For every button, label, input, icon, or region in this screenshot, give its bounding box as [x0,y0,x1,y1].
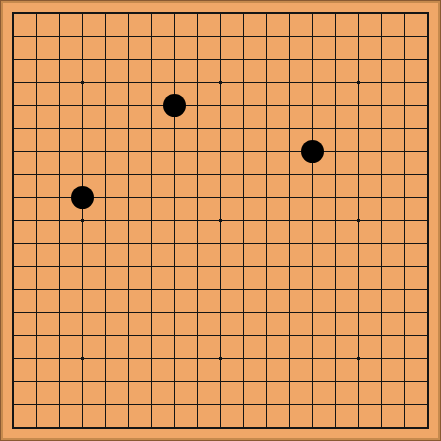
intersection[interactable] [25,186,48,209]
intersection[interactable] [393,186,416,209]
intersection[interactable] [140,186,163,209]
intersection[interactable] [209,416,232,439]
intersection[interactable] [278,416,301,439]
intersection[interactable] [301,301,324,324]
intersection[interactable] [25,416,48,439]
intersection[interactable] [2,186,25,209]
intersection[interactable] [324,347,347,370]
intersection[interactable] [94,347,117,370]
intersection[interactable] [301,2,324,25]
intersection[interactable] [117,2,140,25]
intersection[interactable] [347,25,370,48]
intersection[interactable] [347,278,370,301]
intersection[interactable] [25,163,48,186]
intersection[interactable] [255,324,278,347]
intersection[interactable] [48,278,71,301]
intersection[interactable] [163,301,186,324]
intersection[interactable] [140,301,163,324]
intersection[interactable] [347,416,370,439]
intersection[interactable] [2,324,25,347]
intersection[interactable] [163,278,186,301]
intersection[interactable] [209,393,232,416]
intersection[interactable] [301,94,324,117]
intersection[interactable] [347,163,370,186]
intersection[interactable] [209,186,232,209]
intersection[interactable] [324,209,347,232]
intersection[interactable] [347,347,370,370]
intersection[interactable] [163,25,186,48]
intersection[interactable] [186,2,209,25]
intersection[interactable] [347,393,370,416]
intersection[interactable] [209,324,232,347]
intersection[interactable] [25,347,48,370]
intersection[interactable] [393,324,416,347]
intersection[interactable] [393,71,416,94]
intersection[interactable] [324,163,347,186]
intersection[interactable] [209,140,232,163]
intersection[interactable] [71,163,94,186]
intersection[interactable] [209,232,232,255]
intersection[interactable] [278,71,301,94]
intersection[interactable] [186,71,209,94]
intersection[interactable] [232,25,255,48]
intersection[interactable] [117,232,140,255]
intersection[interactable] [232,232,255,255]
intersection[interactable] [370,255,393,278]
intersection[interactable] [393,94,416,117]
intersection[interactable] [163,347,186,370]
intersection[interactable] [347,140,370,163]
intersection[interactable] [324,117,347,140]
intersection[interactable] [163,232,186,255]
intersection[interactable] [393,278,416,301]
intersection[interactable] [48,232,71,255]
intersection[interactable] [255,209,278,232]
intersection[interactable] [48,301,71,324]
intersection[interactable] [324,140,347,163]
intersection[interactable] [2,2,25,25]
intersection[interactable] [48,393,71,416]
intersection[interactable] [25,117,48,140]
intersection[interactable] [416,117,439,140]
intersection[interactable] [278,140,301,163]
intersection[interactable] [232,163,255,186]
intersection[interactable] [71,48,94,71]
intersection[interactable] [370,2,393,25]
intersection[interactable] [71,232,94,255]
intersection[interactable] [232,301,255,324]
intersection[interactable] [370,25,393,48]
intersection[interactable] [347,255,370,278]
intersection[interactable] [117,324,140,347]
intersection[interactable] [71,186,94,209]
intersection[interactable] [140,71,163,94]
intersection[interactable] [25,48,48,71]
intersection[interactable] [186,370,209,393]
intersection[interactable] [2,117,25,140]
intersection[interactable] [186,94,209,117]
intersection[interactable] [140,2,163,25]
intersection[interactable] [232,347,255,370]
intersection[interactable] [324,416,347,439]
intersection[interactable] [186,301,209,324]
intersection[interactable] [278,301,301,324]
intersection[interactable] [2,209,25,232]
intersection[interactable] [278,117,301,140]
intersection[interactable] [186,48,209,71]
intersection[interactable] [163,2,186,25]
intersection[interactable] [48,163,71,186]
intersection[interactable] [25,301,48,324]
intersection[interactable] [94,232,117,255]
intersection[interactable] [416,48,439,71]
intersection[interactable] [301,140,324,163]
intersection[interactable] [140,393,163,416]
intersection[interactable] [2,140,25,163]
intersection[interactable] [2,48,25,71]
intersection[interactable] [140,324,163,347]
intersection[interactable] [324,186,347,209]
intersection[interactable] [232,370,255,393]
intersection[interactable] [209,255,232,278]
intersection[interactable] [117,25,140,48]
intersection[interactable] [94,140,117,163]
intersection[interactable] [370,301,393,324]
intersection[interactable] [94,71,117,94]
intersection[interactable] [186,393,209,416]
intersection[interactable] [140,140,163,163]
intersection[interactable] [393,370,416,393]
intersection[interactable] [370,209,393,232]
intersection[interactable] [370,232,393,255]
intersection[interactable] [94,393,117,416]
intersection[interactable] [94,301,117,324]
intersection[interactable] [71,393,94,416]
intersection[interactable] [117,255,140,278]
intersection[interactable] [278,94,301,117]
intersection[interactable] [186,416,209,439]
intersection[interactable] [232,71,255,94]
intersection[interactable] [370,370,393,393]
intersection[interactable] [163,186,186,209]
intersection[interactable] [324,94,347,117]
intersection[interactable] [94,278,117,301]
intersection[interactable] [278,48,301,71]
intersection[interactable] [301,370,324,393]
intersection[interactable] [186,255,209,278]
intersection[interactable] [186,324,209,347]
intersection[interactable] [2,25,25,48]
intersection[interactable] [117,140,140,163]
intersection[interactable] [370,278,393,301]
intersection[interactable] [393,255,416,278]
intersection[interactable] [301,278,324,301]
intersection[interactable] [232,48,255,71]
intersection[interactable] [25,209,48,232]
intersection[interactable] [370,416,393,439]
intersection[interactable] [301,416,324,439]
intersection[interactable] [71,140,94,163]
intersection[interactable] [301,186,324,209]
intersection[interactable] [324,25,347,48]
intersection[interactable] [255,370,278,393]
intersection[interactable] [278,232,301,255]
intersection[interactable] [186,347,209,370]
intersection[interactable] [25,94,48,117]
intersection[interactable] [209,25,232,48]
intersection[interactable] [370,71,393,94]
intersection[interactable] [416,301,439,324]
intersection[interactable] [255,2,278,25]
intersection[interactable] [25,278,48,301]
intersection[interactable] [71,324,94,347]
intersection[interactable] [48,186,71,209]
intersection[interactable] [347,301,370,324]
intersection[interactable] [301,209,324,232]
intersection[interactable] [186,186,209,209]
intersection[interactable] [232,416,255,439]
intersection[interactable] [48,25,71,48]
intersection[interactable] [48,71,71,94]
intersection[interactable] [370,347,393,370]
intersection[interactable] [347,209,370,232]
intersection[interactable] [301,393,324,416]
intersection[interactable] [186,25,209,48]
intersection[interactable] [140,232,163,255]
intersection[interactable] [163,117,186,140]
intersection[interactable] [2,232,25,255]
intersection[interactable] [255,186,278,209]
intersection[interactable] [163,163,186,186]
intersection[interactable] [163,416,186,439]
intersection[interactable] [25,393,48,416]
intersection[interactable] [278,393,301,416]
intersection[interactable] [416,416,439,439]
intersection[interactable] [232,209,255,232]
intersection[interactable] [416,255,439,278]
intersection[interactable] [301,232,324,255]
intersection[interactable] [255,278,278,301]
intersection[interactable] [117,301,140,324]
intersection[interactable] [416,278,439,301]
intersection[interactable] [370,94,393,117]
intersection[interactable] [163,324,186,347]
intersection[interactable] [347,48,370,71]
intersection[interactable] [48,48,71,71]
intersection[interactable] [2,255,25,278]
intersection[interactable] [209,370,232,393]
intersection[interactable] [416,25,439,48]
intersection[interactable] [94,186,117,209]
intersection[interactable] [2,278,25,301]
intersection[interactable] [94,370,117,393]
intersection[interactable] [255,140,278,163]
intersection[interactable] [255,48,278,71]
intersection[interactable] [163,209,186,232]
intersection[interactable] [370,186,393,209]
intersection[interactable] [347,2,370,25]
intersection[interactable] [232,117,255,140]
intersection[interactable] [416,2,439,25]
intersection[interactable] [163,94,186,117]
intersection[interactable] [278,278,301,301]
intersection[interactable] [232,393,255,416]
intersection[interactable] [393,25,416,48]
intersection[interactable] [117,416,140,439]
intersection[interactable] [347,94,370,117]
intersection[interactable] [94,25,117,48]
intersection[interactable] [140,209,163,232]
intersection[interactable] [117,347,140,370]
intersection[interactable] [393,209,416,232]
intersection[interactable] [71,209,94,232]
intersection[interactable] [232,94,255,117]
intersection[interactable] [393,140,416,163]
intersection[interactable] [255,301,278,324]
intersection[interactable] [209,209,232,232]
intersection[interactable] [370,117,393,140]
intersection[interactable] [117,94,140,117]
intersection[interactable] [232,255,255,278]
intersection[interactable] [393,232,416,255]
intersection[interactable] [209,2,232,25]
intersection[interactable] [324,301,347,324]
intersection[interactable] [140,255,163,278]
intersection[interactable] [94,117,117,140]
intersection[interactable] [324,370,347,393]
intersection[interactable] [71,117,94,140]
intersection[interactable] [25,324,48,347]
intersection[interactable] [416,347,439,370]
intersection[interactable] [117,117,140,140]
intersection[interactable] [48,347,71,370]
intersection[interactable] [186,163,209,186]
intersection[interactable] [324,278,347,301]
intersection[interactable] [71,416,94,439]
intersection[interactable] [117,48,140,71]
intersection[interactable] [278,347,301,370]
intersection[interactable] [163,48,186,71]
intersection[interactable] [416,324,439,347]
intersection[interactable] [301,255,324,278]
intersection[interactable] [94,416,117,439]
intersection[interactable] [347,324,370,347]
intersection[interactable] [2,416,25,439]
intersection[interactable] [94,2,117,25]
intersection[interactable] [140,416,163,439]
intersection[interactable] [25,140,48,163]
intersection[interactable] [278,186,301,209]
intersection[interactable] [94,48,117,71]
intersection[interactable] [25,25,48,48]
intersection[interactable] [186,140,209,163]
intersection[interactable] [117,163,140,186]
intersection[interactable] [324,48,347,71]
intersection[interactable] [209,48,232,71]
intersection[interactable] [209,301,232,324]
intersection[interactable] [370,48,393,71]
intersection[interactable] [255,255,278,278]
intersection[interactable] [186,278,209,301]
intersection[interactable] [48,117,71,140]
intersection[interactable] [48,2,71,25]
intersection[interactable] [140,163,163,186]
intersection[interactable] [71,71,94,94]
intersection[interactable] [416,393,439,416]
intersection[interactable] [416,232,439,255]
intersection[interactable] [209,94,232,117]
intersection[interactable] [255,117,278,140]
intersection[interactable] [25,71,48,94]
intersection[interactable] [301,347,324,370]
intersection[interactable] [347,370,370,393]
intersection[interactable] [255,94,278,117]
intersection[interactable] [324,324,347,347]
intersection[interactable] [209,278,232,301]
intersection[interactable] [117,186,140,209]
intersection[interactable] [2,370,25,393]
intersection[interactable] [48,370,71,393]
intersection[interactable] [140,347,163,370]
intersection[interactable] [301,117,324,140]
intersection[interactable] [94,255,117,278]
intersection[interactable] [209,117,232,140]
intersection[interactable] [140,25,163,48]
intersection[interactable] [163,255,186,278]
intersection[interactable] [416,209,439,232]
intersection[interactable] [370,393,393,416]
intersection[interactable] [393,393,416,416]
intersection[interactable] [393,2,416,25]
intersection[interactable] [416,140,439,163]
intersection[interactable] [347,117,370,140]
intersection[interactable] [2,393,25,416]
intersection[interactable] [324,255,347,278]
intersection[interactable] [255,71,278,94]
intersection[interactable] [278,370,301,393]
intersection[interactable] [347,71,370,94]
intersection[interactable] [255,163,278,186]
intersection[interactable] [301,48,324,71]
intersection[interactable] [324,393,347,416]
intersection[interactable] [393,48,416,71]
intersection[interactable] [94,163,117,186]
intersection[interactable] [278,163,301,186]
intersection[interactable] [278,324,301,347]
intersection[interactable] [393,347,416,370]
intersection[interactable] [186,117,209,140]
intersection[interactable] [324,71,347,94]
intersection[interactable] [94,324,117,347]
intersection[interactable] [163,393,186,416]
intersection[interactable] [186,232,209,255]
intersection[interactable] [25,255,48,278]
intersection[interactable] [416,370,439,393]
intersection[interactable] [301,324,324,347]
intersection[interactable] [370,324,393,347]
intersection[interactable] [347,232,370,255]
intersection[interactable] [393,117,416,140]
intersection[interactable] [140,94,163,117]
intersection[interactable] [255,25,278,48]
intersection[interactable] [163,370,186,393]
intersection[interactable] [232,2,255,25]
intersection[interactable] [232,278,255,301]
intersection[interactable] [48,94,71,117]
intersection[interactable] [370,163,393,186]
intersection[interactable] [416,71,439,94]
intersection[interactable] [71,2,94,25]
